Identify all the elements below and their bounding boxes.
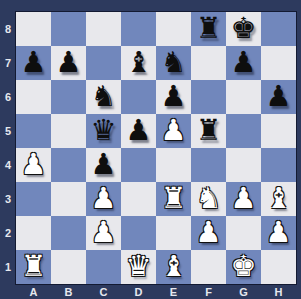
rank-label-3: 3 [0,182,16,216]
piece-black-pawn: ♟ [91,150,117,179]
square-e8[interactable] [156,12,191,46]
square-g2[interactable] [226,216,261,250]
square-c6[interactable]: ♞ [86,80,121,114]
square-e4[interactable] [156,148,191,182]
square-h6[interactable]: ♟ [261,80,296,114]
square-h3[interactable]: ♝ [261,182,296,216]
piece-black-pawn: ♟ [266,82,292,111]
square-g8[interactable]: ♚ [226,12,261,46]
square-a7[interactable]: ♟ [16,46,51,80]
square-g4[interactable] [226,148,261,182]
piece-black-pawn: ♟ [126,116,152,145]
piece-black-rook: ♜ [196,14,222,43]
square-c5[interactable]: ♛ [86,114,121,148]
square-b4[interactable] [51,148,86,182]
piece-white-knight: ♞ [196,184,222,213]
file-label-e: E [156,284,191,299]
piece-white-king: ♚ [231,252,257,281]
square-f2[interactable]: ♟ [191,216,226,250]
square-d8[interactable] [121,12,156,46]
piece-white-queen: ♛ [126,252,152,281]
square-h7[interactable] [261,46,296,80]
square-h4[interactable] [261,148,296,182]
square-f7[interactable] [191,46,226,80]
square-b5[interactable] [51,114,86,148]
square-d6[interactable] [121,80,156,114]
rank-label-7: 7 [0,46,16,80]
square-g7[interactable]: ♟ [226,46,261,80]
square-d7[interactable]: ♝ [121,46,156,80]
piece-black-knight: ♞ [91,82,117,111]
piece-white-rook: ♜ [161,184,187,213]
square-h2[interactable]: ♟ [261,216,296,250]
file-label-h: H [261,284,296,299]
piece-white-pawn: ♟ [91,184,117,213]
square-f3[interactable]: ♞ [191,182,226,216]
square-h1[interactable] [261,250,296,284]
square-d1[interactable]: ♛ [121,250,156,284]
piece-white-pawn: ♟ [231,184,257,213]
square-d4[interactable] [121,148,156,182]
piece-black-bishop: ♝ [126,48,152,77]
chess-board: ♜♚♟♟♝♞♟♞♟♟♛♟♟♜♟♟♟♜♞♟♝♟♟♟♜♛♝♚ [16,12,296,284]
square-a4[interactable]: ♟ [16,148,51,182]
file-label-b: B [51,284,86,299]
piece-black-knight: ♞ [161,48,187,77]
square-b6[interactable] [51,80,86,114]
square-e1[interactable]: ♝ [156,250,191,284]
square-f4[interactable] [191,148,226,182]
square-e2[interactable] [156,216,191,250]
square-f5[interactable]: ♜ [191,114,226,148]
piece-white-pawn: ♟ [21,150,47,179]
piece-white-pawn: ♟ [196,218,222,247]
square-c7[interactable] [86,46,121,80]
file-label-f: F [191,284,226,299]
rank-label-1: 1 [0,250,16,284]
rank-label-6: 6 [0,80,16,114]
square-b3[interactable] [51,182,86,216]
square-g1[interactable]: ♚ [226,250,261,284]
square-e3[interactable]: ♜ [156,182,191,216]
piece-black-king: ♚ [231,14,257,43]
square-a8[interactable] [16,12,51,46]
piece-white-pawn: ♟ [266,218,292,247]
rank-label-5: 5 [0,114,16,148]
square-f1[interactable] [191,250,226,284]
rank-label-4: 4 [0,148,16,182]
piece-black-pawn: ♟ [21,48,47,77]
piece-black-pawn: ♟ [56,48,82,77]
piece-white-pawn: ♟ [161,116,187,145]
file-label-g: G [226,284,261,299]
file-labels: ABCDEFGH [16,284,296,299]
square-c2[interactable]: ♟ [86,216,121,250]
square-d3[interactable] [121,182,156,216]
file-label-a: A [16,284,51,299]
square-e5[interactable]: ♟ [156,114,191,148]
square-b2[interactable] [51,216,86,250]
square-g5[interactable] [226,114,261,148]
square-c8[interactable] [86,12,121,46]
square-c4[interactable]: ♟ [86,148,121,182]
piece-black-pawn: ♟ [161,82,187,111]
piece-white-rook: ♜ [21,252,47,281]
square-a1[interactable]: ♜ [16,250,51,284]
square-d2[interactable] [121,216,156,250]
square-e7[interactable]: ♞ [156,46,191,80]
piece-black-pawn: ♟ [231,48,257,77]
square-c3[interactable]: ♟ [86,182,121,216]
square-d5[interactable]: ♟ [121,114,156,148]
rank-label-8: 8 [0,12,16,46]
square-f8[interactable]: ♜ [191,12,226,46]
square-a2[interactable] [16,216,51,250]
piece-white-pawn: ♟ [91,218,117,247]
square-b1[interactable] [51,250,86,284]
file-label-d: D [121,284,156,299]
square-b8[interactable] [51,12,86,46]
square-a6[interactable] [16,80,51,114]
piece-black-rook: ♜ [196,116,222,145]
square-f6[interactable] [191,80,226,114]
square-c1[interactable] [86,250,121,284]
piece-black-queen: ♛ [91,116,117,145]
rank-labels: 87654321 [0,12,16,284]
file-label-c: C [86,284,121,299]
square-b7[interactable]: ♟ [51,46,86,80]
square-g3[interactable]: ♟ [226,182,261,216]
piece-white-bishop: ♝ [266,184,292,213]
square-g6[interactable] [226,80,261,114]
square-h5[interactable] [261,114,296,148]
square-a3[interactable] [16,182,51,216]
piece-white-bishop: ♝ [161,252,187,281]
chess-diagram: 87654321 ♜♚♟♟♝♞♟♞♟♟♛♟♟♜♟♟♟♜♞♟♝♟♟♟♜♛♝♚ AB… [0,0,301,299]
rank-label-2: 2 [0,216,16,250]
square-e6[interactable]: ♟ [156,80,191,114]
square-a5[interactable] [16,114,51,148]
square-h8[interactable] [261,12,296,46]
